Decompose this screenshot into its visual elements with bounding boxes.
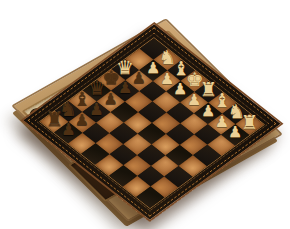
piece-white-pawn-g1[interactable]: ♟ <box>226 123 246 142</box>
chess-set-photo: ♞♝♚♜♝♞♜♟♟♟♟♟♟♟♛♟♚♟♛♟♝♟♞♟♜♟ <box>0 0 290 229</box>
chess-board: ♞♝♚♜♝♞♜♟♟♟♟♟♟♟♛♟♚♟♛♟♝♟♞♟♜♟ <box>20 22 283 222</box>
chess-board-grid: ♞♝♚♜♝♞♜♟♟♟♟♟♟♟♛♟♚♟♛♟♝♟♞♟♜♟ <box>39 37 265 209</box>
